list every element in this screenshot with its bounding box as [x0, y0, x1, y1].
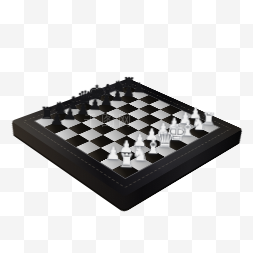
chess-scene: ♜♞♝♛♚♝♞♜♟♟♟♟♟♟♟♟♟♟♟♟♟♟♟♟♜♞♝♛♚♝♞♜ — [0, 0, 253, 253]
image-canvas: ♜♞♝♛♚♝♞♜♟♟♟♟♟♟♟♟♟♟♟♟♟♟♟♟♜♞♝♛♚♝♞♜ 千图网 — [0, 0, 253, 253]
white-rook[interactable]: ♜ — [118, 152, 135, 171]
black-pawn[interactable]: ♟ — [63, 107, 77, 122]
black-pawn[interactable]: ♟ — [50, 112, 64, 128]
chess-board: ♜♞♝♛♚♝♞♜♟♟♟♟♟♟♟♟♟♟♟♟♟♟♟♟♜♞♝♛♚♝♞♜ — [11, 78, 243, 196]
